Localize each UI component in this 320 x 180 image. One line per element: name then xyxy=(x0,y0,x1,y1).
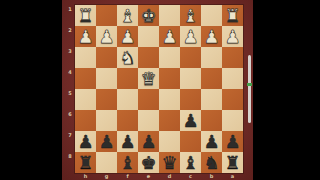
white-king-piece[interactable]: ♚ xyxy=(140,5,156,26)
square-d1[interactable] xyxy=(159,5,180,26)
square-a5[interactable] xyxy=(222,89,243,110)
scrollbar-marker xyxy=(247,83,252,86)
square-c6[interactable]: ♟ xyxy=(180,110,201,131)
square-g2[interactable]: ♟ xyxy=(96,26,117,47)
video-letterbox: 12345678 ♜♝♚♝♜♟♟♟♟♟♟♟♞♛♟♟♟♟♟♟♟♜♝♚♛♝♞♜ hg… xyxy=(0,0,320,180)
square-a2[interactable]: ♟ xyxy=(222,26,243,47)
black-pawn-piece[interactable]: ♟ xyxy=(224,131,240,152)
square-e2[interactable] xyxy=(138,26,159,47)
square-g8[interactable] xyxy=(96,152,117,173)
square-c5[interactable] xyxy=(180,89,201,110)
square-c2[interactable]: ♟ xyxy=(180,26,201,47)
square-h8[interactable]: ♜ xyxy=(75,152,96,173)
square-c1[interactable]: ♝ xyxy=(180,5,201,26)
square-a1[interactable]: ♜ xyxy=(222,5,243,26)
chess-board[interactable]: ♜♝♚♝♜♟♟♟♟♟♟♟♞♛♟♟♟♟♟♟♟♜♝♚♛♝♞♜ xyxy=(75,5,243,173)
square-b3[interactable] xyxy=(201,47,222,68)
file-label-c: c xyxy=(180,173,201,179)
square-f8[interactable]: ♝ xyxy=(117,152,138,173)
white-rook-piece[interactable]: ♜ xyxy=(224,5,240,26)
white-pawn-piece[interactable]: ♟ xyxy=(119,26,135,47)
square-g1[interactable] xyxy=(96,5,117,26)
white-pawn-piece[interactable]: ♟ xyxy=(203,26,219,47)
square-b6[interactable] xyxy=(201,110,222,131)
square-e3[interactable] xyxy=(138,47,159,68)
square-g6[interactable] xyxy=(96,110,117,131)
square-f5[interactable] xyxy=(117,89,138,110)
square-d5[interactable] xyxy=(159,89,180,110)
white-rook-piece[interactable]: ♜ xyxy=(77,5,93,26)
square-h6[interactable] xyxy=(75,110,96,131)
square-e6[interactable] xyxy=(138,110,159,131)
white-bishop-piece[interactable]: ♝ xyxy=(182,5,198,26)
black-bishop-piece[interactable]: ♝ xyxy=(119,152,135,173)
square-h2[interactable]: ♟ xyxy=(75,26,96,47)
black-pawn-piece[interactable]: ♟ xyxy=(119,131,135,152)
square-f1[interactable]: ♝ xyxy=(117,5,138,26)
scrollbar[interactable] xyxy=(248,55,251,123)
white-pawn-piece[interactable]: ♟ xyxy=(98,26,114,47)
black-pawn-piece[interactable]: ♟ xyxy=(140,131,156,152)
square-h5[interactable] xyxy=(75,89,96,110)
rank-label-3: 3 xyxy=(66,48,74,54)
rank-label-5: 5 xyxy=(66,90,74,96)
file-label-g: g xyxy=(96,173,117,179)
file-label-f: f xyxy=(117,173,138,179)
square-a8[interactable]: ♜ xyxy=(222,152,243,173)
black-knight-piece[interactable]: ♞ xyxy=(203,152,219,173)
file-label-h: h xyxy=(75,173,96,179)
rank-label-1: 1 xyxy=(66,6,74,12)
square-c8[interactable]: ♝ xyxy=(180,152,201,173)
square-c4[interactable] xyxy=(180,68,201,89)
square-b5[interactable] xyxy=(201,89,222,110)
square-d6[interactable] xyxy=(159,110,180,131)
square-a4[interactable] xyxy=(222,68,243,89)
square-g5[interactable] xyxy=(96,89,117,110)
square-b7[interactable]: ♟ xyxy=(201,131,222,152)
file-label-b: b xyxy=(201,173,222,179)
square-f7[interactable]: ♟ xyxy=(117,131,138,152)
square-g3[interactable] xyxy=(96,47,117,68)
rank-label-7: 7 xyxy=(66,132,74,138)
white-knight-piece[interactable]: ♞ xyxy=(119,47,135,68)
white-pawn-piece[interactable]: ♟ xyxy=(161,26,177,47)
white-bishop-piece[interactable]: ♝ xyxy=(119,5,135,26)
square-d8[interactable]: ♛ xyxy=(159,152,180,173)
square-b1[interactable] xyxy=(201,5,222,26)
square-e1[interactable]: ♚ xyxy=(138,5,159,26)
square-b8[interactable]: ♞ xyxy=(201,152,222,173)
square-h3[interactable] xyxy=(75,47,96,68)
square-c3[interactable] xyxy=(180,47,201,68)
rank-label-2: 2 xyxy=(66,27,74,33)
square-d3[interactable] xyxy=(159,47,180,68)
white-queen-piece[interactable]: ♛ xyxy=(140,68,156,89)
square-f2[interactable]: ♟ xyxy=(117,26,138,47)
square-h7[interactable]: ♟ xyxy=(75,131,96,152)
square-f6[interactable] xyxy=(117,110,138,131)
square-e8[interactable]: ♚ xyxy=(138,152,159,173)
square-f3[interactable]: ♞ xyxy=(117,47,138,68)
square-e5[interactable] xyxy=(138,89,159,110)
square-f4[interactable] xyxy=(117,68,138,89)
rank-label-4: 4 xyxy=(66,69,74,75)
black-queen-piece[interactable]: ♛ xyxy=(161,152,177,173)
square-d7[interactable] xyxy=(159,131,180,152)
square-e7[interactable]: ♟ xyxy=(138,131,159,152)
black-pawn-piece[interactable]: ♟ xyxy=(98,131,114,152)
black-bishop-piece[interactable]: ♝ xyxy=(182,152,198,173)
square-g4[interactable] xyxy=(96,68,117,89)
square-d4[interactable] xyxy=(159,68,180,89)
square-a7[interactable]: ♟ xyxy=(222,131,243,152)
square-e4[interactable]: ♛ xyxy=(138,68,159,89)
file-label-d: d xyxy=(159,173,180,179)
square-h4[interactable] xyxy=(75,68,96,89)
rank-label-8: 8 xyxy=(66,153,74,159)
square-g7[interactable]: ♟ xyxy=(96,131,117,152)
square-h1[interactable]: ♜ xyxy=(75,5,96,26)
square-a3[interactable] xyxy=(222,47,243,68)
square-d2[interactable]: ♟ xyxy=(159,26,180,47)
white-pawn-piece[interactable]: ♟ xyxy=(182,26,198,47)
black-pawn-piece[interactable]: ♟ xyxy=(77,131,93,152)
black-pawn-piece[interactable]: ♟ xyxy=(182,110,198,131)
file-label-a: a xyxy=(222,173,243,179)
square-a6[interactable] xyxy=(222,110,243,131)
rank-label-6: 6 xyxy=(66,111,74,117)
black-rook-piece[interactable]: ♜ xyxy=(77,152,93,173)
black-pawn-piece[interactable]: ♟ xyxy=(203,131,219,152)
board-frame: 12345678 ♜♝♚♝♜♟♟♟♟♟♟♟♞♛♟♟♟♟♟♟♟♜♝♚♛♝♞♜ hg… xyxy=(62,0,253,180)
white-pawn-piece[interactable]: ♟ xyxy=(77,26,93,47)
file-label-e: e xyxy=(138,173,159,179)
square-b2[interactable]: ♟ xyxy=(201,26,222,47)
square-c7[interactable] xyxy=(180,131,201,152)
square-b4[interactable] xyxy=(201,68,222,89)
black-king-piece[interactable]: ♚ xyxy=(140,152,156,173)
black-rook-piece[interactable]: ♜ xyxy=(224,152,240,173)
white-pawn-piece[interactable]: ♟ xyxy=(224,26,240,47)
